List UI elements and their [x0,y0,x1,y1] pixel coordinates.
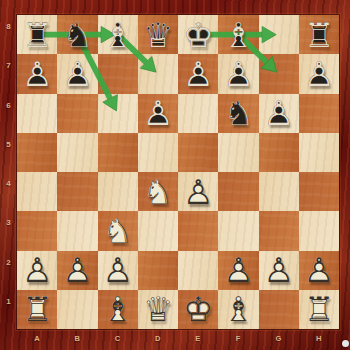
rank-label-6: 6 [0,94,17,133]
rank-label-2: 2 [0,251,17,290]
arrow-c8-d7 [118,35,156,73]
rank-label-5: 5 [0,133,17,172]
arrow-e8-g8 [198,26,276,42]
rank-labels: 87654321 [0,15,17,329]
file-label-c: C [98,331,138,350]
file-label-g: G [259,331,299,350]
rank-label-3: 3 [0,211,17,250]
file-label-b: B [57,331,97,350]
rank-label-8: 8 [0,15,17,54]
rank-label-4: 4 [0,172,17,211]
file-label-d: D [138,331,178,350]
file-label-f: F [218,331,258,350]
arrow-f8-g7 [238,35,276,73]
arrow-b8-c6 [77,35,117,111]
corner-dot [342,340,349,347]
rank-label-1: 1 [0,290,17,329]
file-label-h: H [299,331,339,350]
chess-board-diagram: ♜♖♞♘♝♗♛♕♚♔♝♗♜♖♟♙♟♙♟♙♟♙♟♙♟♙♞♘♟♙♞♘♟♙♞♘♟♙♟♙… [0,0,350,350]
file-labels: ABCDEFGH [17,331,339,350]
arrow-a8-c8 [37,26,115,42]
file-label-e: E [178,331,218,350]
board: ♜♖♞♘♝♗♛♕♚♔♝♗♜♖♟♙♟♙♟♙♟♙♟♙♟♙♞♘♟♙♞♘♟♙♞♘♟♙♟♙… [17,15,339,329]
rank-label-7: 7 [0,54,17,93]
file-label-a: A [17,331,57,350]
arrow-layer [17,15,339,329]
